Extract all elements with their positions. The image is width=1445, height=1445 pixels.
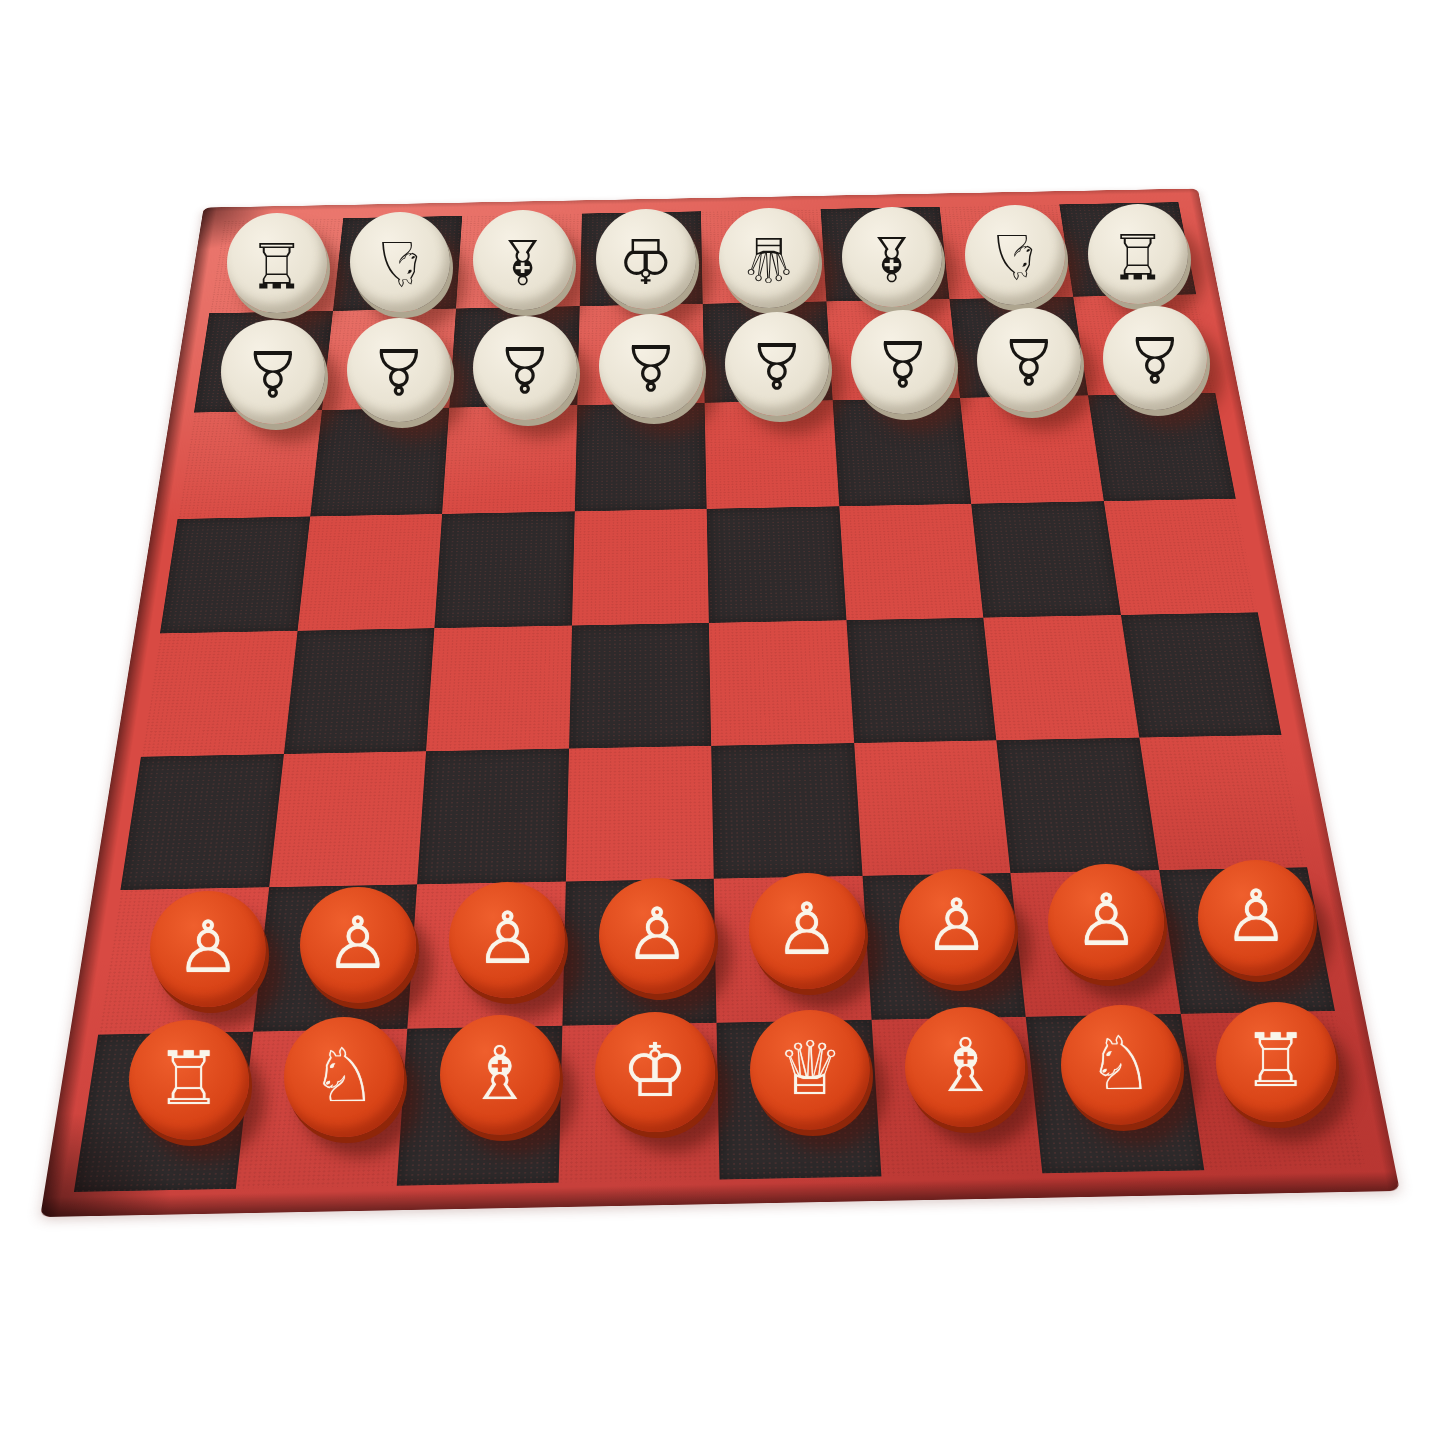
piece-black-pawn-a7[interactable]: ♙ [221, 320, 325, 424]
photo-backdrop: ♖♘♗♔♕♗♘♖♙♙♙♙♙♙♙♙♙♙♙♙♙♙♙♙♖♘♗♔♕♗♘♖ [0, 0, 1445, 1445]
rook-glyph: ♖ [249, 233, 305, 295]
knight-glyph: ♘ [372, 232, 428, 294]
pawn-glyph: ♙ [924, 889, 989, 961]
piece-black-pawn-e7[interactable]: ♙ [725, 312, 829, 416]
knight-glyph: ♘ [1088, 1025, 1154, 1099]
square-c4[interactable] [426, 626, 572, 752]
bishop-glyph: ♗ [932, 1028, 998, 1102]
square-h3[interactable] [1139, 735, 1307, 870]
square-h4[interactable] [1121, 612, 1282, 737]
piece-black-bishop-c8[interactable]: ♗ [473, 210, 573, 310]
queen-glyph: ♕ [741, 228, 797, 290]
piece-white-pawn-a2[interactable]: ♙ [150, 891, 266, 1007]
square-d5[interactable] [572, 509, 709, 626]
piece-black-knight-g8[interactable]: ♘ [965, 205, 1065, 305]
square-c6[interactable] [442, 405, 577, 514]
piece-white-bishop-c1[interactable]: ♗ [440, 1015, 560, 1135]
piece-black-pawn-c7[interactable]: ♙ [473, 316, 577, 420]
square-h5[interactable] [1103, 499, 1257, 615]
pawn-glyph: ♙ [1000, 329, 1057, 393]
pawn-glyph: ♙ [176, 911, 241, 983]
piece-black-pawn-h7[interactable]: ♙ [1103, 306, 1207, 410]
rook-glyph: ♖ [156, 1041, 222, 1115]
square-f3[interactable] [854, 740, 1011, 875]
pawn-glyph: ♙ [748, 333, 805, 397]
king-glyph: ♔ [622, 1033, 688, 1107]
square-f5[interactable] [839, 504, 983, 620]
pawn-glyph: ♙ [625, 898, 690, 970]
piece-black-rook-h8[interactable]: ♖ [1088, 204, 1188, 304]
pawn-glyph: ♙ [874, 331, 931, 395]
piece-white-pawn-d2[interactable]: ♙ [599, 878, 715, 994]
square-e4[interactable] [709, 620, 854, 746]
pawn-glyph: ♙ [475, 902, 540, 974]
square-g5[interactable] [971, 501, 1120, 617]
square-b6[interactable] [310, 408, 449, 517]
square-g3[interactable] [996, 738, 1158, 873]
bishop-glyph: ♗ [495, 231, 551, 293]
piece-black-rook-a8[interactable]: ♖ [227, 213, 327, 313]
pawn-glyph: ♙ [1126, 327, 1183, 391]
piece-white-pawn-e2[interactable]: ♙ [749, 873, 865, 989]
king-glyph: ♔ [618, 229, 674, 291]
bishop-glyph: ♗ [864, 227, 920, 289]
pawn-glyph: ♙ [1224, 880, 1289, 952]
square-e6[interactable] [705, 400, 839, 509]
piece-white-pawn-c2[interactable]: ♙ [449, 882, 565, 998]
pawn-glyph: ♙ [325, 906, 390, 978]
pawn-glyph: ♙ [244, 341, 301, 405]
square-d6[interactable] [574, 403, 706, 512]
square-d4[interactable] [569, 623, 712, 749]
rook-glyph: ♖ [1243, 1023, 1309, 1097]
square-a5[interactable] [160, 516, 310, 633]
pawn-glyph: ♙ [370, 339, 427, 403]
square-a3[interactable] [120, 754, 283, 890]
piece-black-queen-e8[interactable]: ♕ [719, 208, 819, 308]
square-c3[interactable] [417, 749, 569, 885]
square-f6[interactable] [832, 398, 971, 506]
square-b4[interactable] [284, 628, 435, 754]
piece-white-pawn-g2[interactable]: ♙ [1048, 864, 1164, 980]
piece-black-knight-b8[interactable]: ♘ [350, 212, 450, 312]
knight-glyph: ♘ [987, 226, 1043, 288]
piece-black-pawn-f7[interactable]: ♙ [851, 310, 955, 414]
piece-white-bishop-f1[interactable]: ♗ [905, 1007, 1025, 1127]
rook-glyph: ♖ [1110, 224, 1166, 286]
queen-glyph: ♕ [777, 1030, 843, 1104]
pawn-glyph: ♙ [1074, 884, 1139, 956]
square-g4[interactable] [983, 615, 1139, 740]
piece-white-king-d1[interactable]: ♔ [595, 1012, 715, 1132]
square-e5[interactable] [707, 506, 846, 623]
square-f4[interactable] [846, 618, 996, 743]
piece-white-rook-h1[interactable]: ♖ [1216, 1002, 1336, 1122]
piece-white-knight-g1[interactable]: ♘ [1061, 1005, 1181, 1125]
pawn-glyph: ♙ [775, 893, 840, 965]
piece-white-pawn-b2[interactable]: ♙ [300, 887, 416, 1003]
piece-black-pawn-g7[interactable]: ♙ [977, 308, 1081, 412]
piece-white-knight-b1[interactable]: ♘ [284, 1017, 404, 1137]
square-a6[interactable] [178, 410, 322, 519]
piece-black-bishop-f8[interactable]: ♗ [842, 207, 942, 307]
square-b5[interactable] [297, 514, 442, 631]
piece-white-pawn-f2[interactable]: ♙ [899, 869, 1015, 985]
piece-black-pawn-b7[interactable]: ♙ [347, 318, 451, 422]
piece-black-king-d8[interactable]: ♔ [596, 209, 696, 309]
square-e3[interactable] [711, 743, 862, 879]
piece-white-pawn-h2[interactable]: ♙ [1198, 860, 1314, 976]
piece-black-pawn-d7[interactable]: ♙ [599, 314, 703, 418]
square-b3[interactable] [269, 751, 426, 887]
pawn-glyph: ♙ [496, 337, 553, 401]
piece-white-rook-a1[interactable]: ♖ [129, 1020, 249, 1140]
knight-glyph: ♘ [311, 1038, 377, 1112]
piece-white-queen-e1[interactable]: ♕ [750, 1010, 870, 1130]
square-a4[interactable] [141, 631, 297, 757]
bishop-glyph: ♗ [466, 1036, 532, 1110]
square-d3[interactable] [565, 746, 713, 882]
square-c5[interactable] [434, 511, 574, 628]
pawn-glyph: ♙ [622, 335, 679, 399]
